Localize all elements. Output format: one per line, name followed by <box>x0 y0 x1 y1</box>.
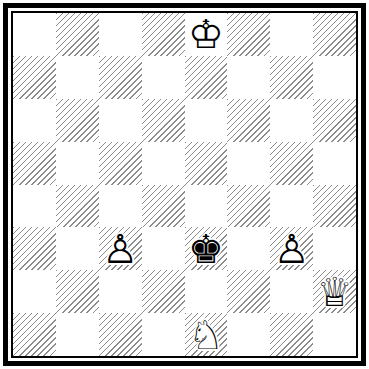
square-d6[interactable] <box>142 99 185 142</box>
square-b6[interactable] <box>56 99 99 142</box>
square-h4[interactable] <box>313 185 356 228</box>
square-c7[interactable] <box>99 56 142 99</box>
white-pawn-icon: ♙ <box>270 227 313 270</box>
square-f7[interactable] <box>227 56 270 99</box>
square-c3[interactable]: ♟♙ <box>99 227 142 270</box>
piece-white-knight-e1[interactable]: ♞♘ <box>185 313 228 356</box>
square-a3[interactable] <box>13 227 56 270</box>
square-e7[interactable] <box>185 56 228 99</box>
square-f2[interactable] <box>227 270 270 313</box>
square-h1[interactable] <box>313 313 356 356</box>
white-queen-icon: ♕ <box>313 270 356 313</box>
square-b8[interactable] <box>56 13 99 56</box>
white-king-icon: ♔ <box>185 13 228 56</box>
square-c1[interactable] <box>99 313 142 356</box>
square-h6[interactable] <box>313 99 356 142</box>
square-b4[interactable] <box>56 185 99 228</box>
square-h3[interactable] <box>313 227 356 270</box>
square-f4[interactable] <box>227 185 270 228</box>
board-outer-border: ♚♔♟♙♚♟♙♛♕♞♘ <box>3 3 366 366</box>
piece-white-king-e8[interactable]: ♚♔ <box>185 13 228 56</box>
square-c6[interactable] <box>99 99 142 142</box>
square-d5[interactable] <box>142 142 185 185</box>
square-f5[interactable] <box>227 142 270 185</box>
square-c8[interactable] <box>99 13 142 56</box>
piece-white-pawn-c3[interactable]: ♟♙ <box>99 227 142 270</box>
chess-diagram: ♚♔♟♙♚♟♙♛♕♞♘ <box>0 0 369 369</box>
square-c2[interactable] <box>99 270 142 313</box>
square-d1[interactable] <box>142 313 185 356</box>
square-d3[interactable] <box>142 227 185 270</box>
square-b5[interactable] <box>56 142 99 185</box>
square-f1[interactable] <box>227 313 270 356</box>
piece-white-queen-h2[interactable]: ♛♕ <box>313 270 356 313</box>
square-a2[interactable] <box>13 270 56 313</box>
white-knight-icon: ♘ <box>185 313 228 356</box>
square-h7[interactable] <box>313 56 356 99</box>
square-g6[interactable] <box>270 99 313 142</box>
square-g3[interactable]: ♟♙ <box>270 227 313 270</box>
square-e2[interactable] <box>185 270 228 313</box>
square-a1[interactable] <box>13 313 56 356</box>
square-c5[interactable] <box>99 142 142 185</box>
square-d4[interactable] <box>142 185 185 228</box>
square-g5[interactable] <box>270 142 313 185</box>
square-f6[interactable] <box>227 99 270 142</box>
square-d8[interactable] <box>142 13 185 56</box>
square-e4[interactable] <box>185 185 228 228</box>
piece-white-pawn-g3[interactable]: ♟♙ <box>270 227 313 270</box>
square-f8[interactable] <box>227 13 270 56</box>
square-a7[interactable] <box>13 56 56 99</box>
square-e6[interactable] <box>185 99 228 142</box>
square-a8[interactable] <box>13 13 56 56</box>
square-e3[interactable]: ♚ <box>185 227 228 270</box>
square-d2[interactable] <box>142 270 185 313</box>
square-g7[interactable] <box>270 56 313 99</box>
square-a4[interactable] <box>13 185 56 228</box>
white-pawn-icon: ♙ <box>99 227 142 270</box>
square-b7[interactable] <box>56 56 99 99</box>
square-h5[interactable] <box>313 142 356 185</box>
square-b1[interactable] <box>56 313 99 356</box>
square-f3[interactable] <box>227 227 270 270</box>
board-inner-border: ♚♔♟♙♚♟♙♛♕♞♘ <box>11 11 358 358</box>
square-a5[interactable] <box>13 142 56 185</box>
square-e1[interactable]: ♞♘ <box>185 313 228 356</box>
square-c4[interactable] <box>99 185 142 228</box>
chess-board: ♚♔♟♙♚♟♙♛♕♞♘ <box>13 13 356 356</box>
piece-black-king-e3[interactable]: ♚ <box>185 227 228 270</box>
black-king-icon: ♚ <box>185 227 228 270</box>
square-g4[interactable] <box>270 185 313 228</box>
square-e8[interactable]: ♚♔ <box>185 13 228 56</box>
square-h8[interactable] <box>313 13 356 56</box>
square-g2[interactable] <box>270 270 313 313</box>
square-g1[interactable] <box>270 313 313 356</box>
square-b3[interactable] <box>56 227 99 270</box>
square-h2[interactable]: ♛♕ <box>313 270 356 313</box>
square-g8[interactable] <box>270 13 313 56</box>
square-d7[interactable] <box>142 56 185 99</box>
square-a6[interactable] <box>13 99 56 142</box>
square-b2[interactable] <box>56 270 99 313</box>
square-e5[interactable] <box>185 142 228 185</box>
